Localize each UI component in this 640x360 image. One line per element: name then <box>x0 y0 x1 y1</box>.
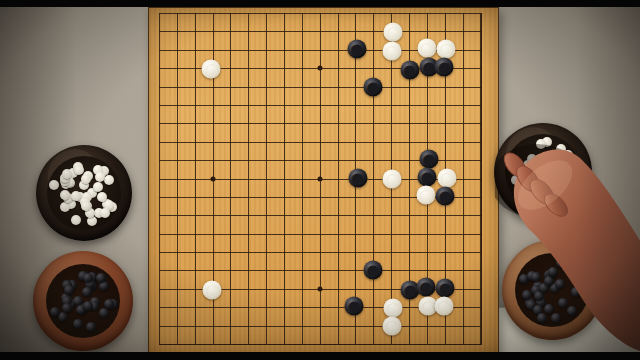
intersection[interactable] <box>204 41 222 59</box>
intersection[interactable] <box>168 59 186 77</box>
intersection[interactable] <box>401 96 419 114</box>
intersection[interactable] <box>168 206 186 224</box>
intersection[interactable] <box>151 133 169 151</box>
intersection[interactable] <box>311 206 329 224</box>
intersection[interactable] <box>472 151 490 169</box>
intersection[interactable] <box>311 77 329 95</box>
intersection[interactable] <box>419 151 437 169</box>
intersection[interactable] <box>347 114 365 132</box>
intersection[interactable] <box>311 316 329 334</box>
intersection[interactable] <box>204 298 222 316</box>
intersection[interactable] <box>293 316 311 334</box>
intersection[interactable] <box>258 96 276 114</box>
intersection[interactable] <box>436 151 454 169</box>
intersection[interactable] <box>472 22 490 40</box>
intersection[interactable] <box>472 298 490 316</box>
intersection[interactable] <box>401 206 419 224</box>
intersection[interactable] <box>293 22 311 40</box>
intersection[interactable] <box>436 206 454 224</box>
intersection[interactable] <box>151 316 169 334</box>
intersection[interactable] <box>401 298 419 316</box>
intersection[interactable] <box>222 59 240 77</box>
intersection[interactable] <box>186 96 204 114</box>
intersection[interactable] <box>258 22 276 40</box>
intersection[interactable] <box>472 316 490 334</box>
intersection[interactable] <box>419 114 437 132</box>
intersection[interactable] <box>383 335 401 353</box>
intersection[interactable] <box>419 206 437 224</box>
intersection[interactable] <box>204 261 222 279</box>
intersection[interactable] <box>401 59 419 77</box>
intersection[interactable] <box>383 206 401 224</box>
intersection[interactable] <box>276 22 294 40</box>
intersection[interactable] <box>222 133 240 151</box>
intersection[interactable] <box>365 77 383 95</box>
intersection[interactable] <box>347 41 365 59</box>
intersection[interactable] <box>329 188 347 206</box>
intersection[interactable] <box>151 224 169 242</box>
intersection[interactable] <box>240 41 258 59</box>
intersection[interactable] <box>186 206 204 224</box>
intersection[interactable] <box>419 224 437 242</box>
intersection[interactable] <box>454 22 472 40</box>
intersection[interactable] <box>186 59 204 77</box>
intersection[interactable] <box>186 298 204 316</box>
intersection[interactable] <box>151 59 169 77</box>
intersection[interactable] <box>365 243 383 261</box>
intersection[interactable] <box>454 169 472 187</box>
intersection[interactable] <box>383 41 401 59</box>
intersection[interactable] <box>240 169 258 187</box>
intersection[interactable] <box>186 77 204 95</box>
intersection[interactable] <box>168 96 186 114</box>
intersection[interactable] <box>168 298 186 316</box>
intersection[interactable] <box>276 41 294 59</box>
intersection[interactable] <box>365 41 383 59</box>
intersection[interactable] <box>204 188 222 206</box>
intersection[interactable] <box>436 77 454 95</box>
intersection[interactable] <box>204 114 222 132</box>
intersection[interactable] <box>419 298 437 316</box>
intersection[interactable] <box>311 133 329 151</box>
intersection[interactable] <box>436 298 454 316</box>
intersection[interactable] <box>293 261 311 279</box>
intersection[interactable] <box>383 133 401 151</box>
intersection[interactable] <box>419 188 437 206</box>
intersection[interactable] <box>240 59 258 77</box>
intersection[interactable] <box>204 77 222 95</box>
intersection[interactable] <box>401 280 419 298</box>
intersection[interactable] <box>383 151 401 169</box>
intersection[interactable] <box>240 114 258 132</box>
intersection[interactable] <box>186 22 204 40</box>
intersection[interactable] <box>365 298 383 316</box>
intersection[interactable] <box>151 114 169 132</box>
intersection[interactable] <box>204 280 222 298</box>
intersection[interactable] <box>383 243 401 261</box>
intersection[interactable] <box>347 224 365 242</box>
intersection[interactable] <box>329 243 347 261</box>
intersection[interactable] <box>258 298 276 316</box>
intersection[interactable] <box>258 206 276 224</box>
intersection[interactable] <box>293 96 311 114</box>
intersection[interactable] <box>186 169 204 187</box>
intersection[interactable] <box>293 151 311 169</box>
intersection[interactable] <box>383 316 401 334</box>
intersection[interactable] <box>258 335 276 353</box>
intersection[interactable] <box>365 59 383 77</box>
intersection[interactable] <box>419 77 437 95</box>
intersection[interactable] <box>168 114 186 132</box>
intersection[interactable] <box>151 96 169 114</box>
intersection[interactable] <box>258 133 276 151</box>
intersection[interactable] <box>276 188 294 206</box>
intersection[interactable] <box>151 41 169 59</box>
intersection[interactable] <box>383 114 401 132</box>
intersection[interactable] <box>276 261 294 279</box>
intersection[interactable] <box>401 133 419 151</box>
intersection[interactable] <box>186 243 204 261</box>
intersection[interactable] <box>329 41 347 59</box>
intersection[interactable] <box>347 151 365 169</box>
intersection[interactable] <box>365 169 383 187</box>
intersection[interactable] <box>186 151 204 169</box>
intersection[interactable] <box>329 261 347 279</box>
intersection[interactable] <box>258 169 276 187</box>
intersection[interactable] <box>472 41 490 59</box>
intersection[interactable] <box>293 77 311 95</box>
intersection[interactable] <box>472 114 490 132</box>
intersection[interactable] <box>436 114 454 132</box>
intersection[interactable] <box>365 188 383 206</box>
intersection[interactable] <box>311 151 329 169</box>
intersection[interactable] <box>365 22 383 40</box>
intersection[interactable] <box>276 96 294 114</box>
intersection[interactable] <box>454 114 472 132</box>
intersection[interactable] <box>347 243 365 261</box>
intersection[interactable] <box>329 133 347 151</box>
intersection[interactable] <box>293 280 311 298</box>
intersection[interactable] <box>276 77 294 95</box>
intersection[interactable] <box>311 280 329 298</box>
intersection[interactable] <box>454 96 472 114</box>
intersection[interactable] <box>311 41 329 59</box>
intersection[interactable] <box>383 261 401 279</box>
intersection[interactable] <box>472 59 490 77</box>
intersection[interactable] <box>454 243 472 261</box>
intersection[interactable] <box>186 261 204 279</box>
intersection[interactable] <box>472 96 490 114</box>
intersection[interactable] <box>329 59 347 77</box>
intersection[interactable] <box>436 96 454 114</box>
intersection[interactable] <box>293 41 311 59</box>
intersection[interactable] <box>240 335 258 353</box>
intersection[interactable] <box>383 298 401 316</box>
intersection[interactable] <box>347 206 365 224</box>
intersection[interactable] <box>365 133 383 151</box>
intersection[interactable] <box>222 335 240 353</box>
intersection[interactable] <box>222 224 240 242</box>
intersection[interactable] <box>436 243 454 261</box>
intersection[interactable] <box>311 59 329 77</box>
intersection[interactable] <box>383 280 401 298</box>
intersection[interactable] <box>222 280 240 298</box>
intersection[interactable] <box>311 261 329 279</box>
intersection[interactable] <box>347 22 365 40</box>
intersection[interactable] <box>186 224 204 242</box>
intersection[interactable] <box>276 316 294 334</box>
intersection[interactable] <box>365 224 383 242</box>
intersection[interactable] <box>365 316 383 334</box>
intersection[interactable] <box>276 224 294 242</box>
intersection[interactable] <box>329 114 347 132</box>
intersection[interactable] <box>329 224 347 242</box>
intersection[interactable] <box>329 280 347 298</box>
intersection[interactable] <box>204 224 222 242</box>
intersection[interactable] <box>276 335 294 353</box>
intersection[interactable] <box>383 59 401 77</box>
intersection[interactable] <box>258 261 276 279</box>
intersection[interactable] <box>347 59 365 77</box>
intersection[interactable] <box>419 59 437 77</box>
intersection[interactable] <box>347 96 365 114</box>
intersection[interactable] <box>383 169 401 187</box>
intersection[interactable] <box>258 151 276 169</box>
intersection[interactable] <box>276 133 294 151</box>
intersection[interactable] <box>454 188 472 206</box>
intersection[interactable] <box>222 169 240 187</box>
intersection[interactable] <box>151 206 169 224</box>
intersection[interactable] <box>168 133 186 151</box>
intersection[interactable] <box>204 169 222 187</box>
intersection[interactable] <box>240 188 258 206</box>
intersection[interactable] <box>168 243 186 261</box>
intersection[interactable] <box>258 59 276 77</box>
intersection[interactable] <box>472 280 490 298</box>
intersection[interactable] <box>401 22 419 40</box>
intersection[interactable] <box>258 243 276 261</box>
intersection[interactable] <box>258 114 276 132</box>
intersection[interactable] <box>240 151 258 169</box>
intersection[interactable] <box>401 114 419 132</box>
intersection[interactable] <box>258 280 276 298</box>
intersection[interactable] <box>258 316 276 334</box>
intersection[interactable] <box>472 224 490 242</box>
intersection[interactable] <box>454 280 472 298</box>
intersection[interactable] <box>454 151 472 169</box>
intersection[interactable] <box>151 169 169 187</box>
intersection[interactable] <box>365 280 383 298</box>
intersection[interactable] <box>419 22 437 40</box>
go-board[interactable]: ○●○○○○●●●●●●○●○○●●○●●●●○○○○ <box>148 7 499 356</box>
intersection[interactable] <box>186 188 204 206</box>
intersection[interactable] <box>383 77 401 95</box>
intersection[interactable] <box>454 77 472 95</box>
intersection[interactable] <box>204 316 222 334</box>
intersection[interactable] <box>222 261 240 279</box>
intersection[interactable] <box>151 335 169 353</box>
intersection[interactable] <box>151 151 169 169</box>
intersection[interactable] <box>276 114 294 132</box>
intersection[interactable] <box>436 59 454 77</box>
intersection[interactable] <box>365 261 383 279</box>
intersection[interactable] <box>222 41 240 59</box>
intersection[interactable] <box>401 188 419 206</box>
intersection[interactable] <box>383 22 401 40</box>
intersection[interactable] <box>293 298 311 316</box>
white-stone-bowl-left[interactable] <box>36 145 132 241</box>
intersection[interactable] <box>258 224 276 242</box>
intersection[interactable] <box>311 96 329 114</box>
intersection[interactable] <box>401 41 419 59</box>
intersection[interactable] <box>472 335 490 353</box>
intersection[interactable] <box>436 280 454 298</box>
intersection[interactable] <box>222 96 240 114</box>
intersection[interactable] <box>222 77 240 95</box>
intersection[interactable] <box>204 133 222 151</box>
intersection[interactable] <box>222 206 240 224</box>
intersection[interactable] <box>436 335 454 353</box>
intersection[interactable] <box>222 298 240 316</box>
intersection[interactable] <box>436 169 454 187</box>
intersection[interactable] <box>204 243 222 261</box>
intersection[interactable] <box>454 59 472 77</box>
intersection[interactable] <box>168 224 186 242</box>
intersection[interactable] <box>365 151 383 169</box>
intersection[interactable] <box>168 316 186 334</box>
intersection[interactable] <box>240 22 258 40</box>
intersection[interactable] <box>419 243 437 261</box>
intersection[interactable] <box>240 133 258 151</box>
intersection[interactable] <box>186 280 204 298</box>
intersection[interactable] <box>401 77 419 95</box>
intersection[interactable] <box>293 169 311 187</box>
intersection[interactable] <box>240 206 258 224</box>
intersection[interactable] <box>240 243 258 261</box>
intersection[interactable] <box>240 261 258 279</box>
intersection[interactable] <box>186 114 204 132</box>
intersection[interactable] <box>401 169 419 187</box>
intersection[interactable] <box>365 206 383 224</box>
intersection[interactable] <box>168 261 186 279</box>
intersection[interactable] <box>401 151 419 169</box>
intersection[interactable] <box>311 22 329 40</box>
intersection[interactable] <box>204 206 222 224</box>
intersection[interactable] <box>347 133 365 151</box>
intersection[interactable] <box>293 133 311 151</box>
intersection[interactable] <box>186 41 204 59</box>
intersection[interactable] <box>222 243 240 261</box>
intersection[interactable] <box>240 298 258 316</box>
intersection[interactable] <box>151 261 169 279</box>
intersection[interactable] <box>276 243 294 261</box>
intersection[interactable] <box>311 114 329 132</box>
intersection[interactable] <box>240 77 258 95</box>
intersection[interactable] <box>401 261 419 279</box>
intersection[interactable] <box>383 224 401 242</box>
intersection[interactable] <box>258 41 276 59</box>
intersection[interactable] <box>347 188 365 206</box>
intersection[interactable] <box>419 133 437 151</box>
intersection[interactable] <box>186 335 204 353</box>
intersection[interactable] <box>276 206 294 224</box>
intersection[interactable] <box>293 188 311 206</box>
intersection[interactable] <box>311 243 329 261</box>
intersection[interactable] <box>401 243 419 261</box>
intersection[interactable] <box>222 151 240 169</box>
intersection[interactable] <box>151 22 169 40</box>
intersection[interactable] <box>204 59 222 77</box>
intersection[interactable] <box>204 22 222 40</box>
intersection[interactable] <box>472 169 490 187</box>
intersection[interactable] <box>454 335 472 353</box>
intersection[interactable] <box>454 224 472 242</box>
intersection[interactable] <box>383 96 401 114</box>
intersection[interactable] <box>436 224 454 242</box>
intersection[interactable] <box>454 316 472 334</box>
intersection[interactable] <box>472 133 490 151</box>
intersection[interactable] <box>168 22 186 40</box>
intersection[interactable] <box>293 224 311 242</box>
intersection[interactable] <box>151 188 169 206</box>
intersection[interactable] <box>329 316 347 334</box>
black-stone-bowl-left[interactable] <box>33 251 133 351</box>
intersection[interactable] <box>454 206 472 224</box>
intersection[interactable] <box>168 151 186 169</box>
intersection[interactable] <box>365 335 383 353</box>
intersection[interactable] <box>401 335 419 353</box>
intersection[interactable] <box>436 188 454 206</box>
intersection[interactable] <box>151 280 169 298</box>
intersection[interactable] <box>436 41 454 59</box>
intersection[interactable] <box>168 188 186 206</box>
intersection[interactable] <box>419 335 437 353</box>
intersection[interactable] <box>419 169 437 187</box>
intersection[interactable] <box>186 133 204 151</box>
intersection[interactable] <box>472 188 490 206</box>
intersection[interactable] <box>419 280 437 298</box>
intersection[interactable] <box>365 96 383 114</box>
intersection[interactable] <box>472 261 490 279</box>
intersection[interactable] <box>204 151 222 169</box>
intersection[interactable] <box>472 206 490 224</box>
intersection[interactable] <box>329 169 347 187</box>
intersection[interactable] <box>293 335 311 353</box>
intersection[interactable] <box>168 41 186 59</box>
intersection[interactable] <box>329 22 347 40</box>
intersection[interactable] <box>419 261 437 279</box>
intersection[interactable] <box>168 335 186 353</box>
intersection[interactable] <box>311 169 329 187</box>
intersection[interactable] <box>240 96 258 114</box>
intersection[interactable] <box>276 169 294 187</box>
intersection[interactable] <box>454 298 472 316</box>
intersection[interactable] <box>240 280 258 298</box>
intersection[interactable] <box>419 96 437 114</box>
intersection[interactable] <box>293 206 311 224</box>
intersection[interactable] <box>311 298 329 316</box>
intersection[interactable] <box>293 243 311 261</box>
intersection[interactable] <box>419 41 437 59</box>
intersection[interactable] <box>168 77 186 95</box>
intersection[interactable] <box>293 59 311 77</box>
intersection[interactable] <box>454 133 472 151</box>
intersection[interactable] <box>419 316 437 334</box>
intersection[interactable] <box>347 261 365 279</box>
intersection[interactable] <box>276 298 294 316</box>
intersection[interactable] <box>365 114 383 132</box>
intersection[interactable] <box>311 335 329 353</box>
